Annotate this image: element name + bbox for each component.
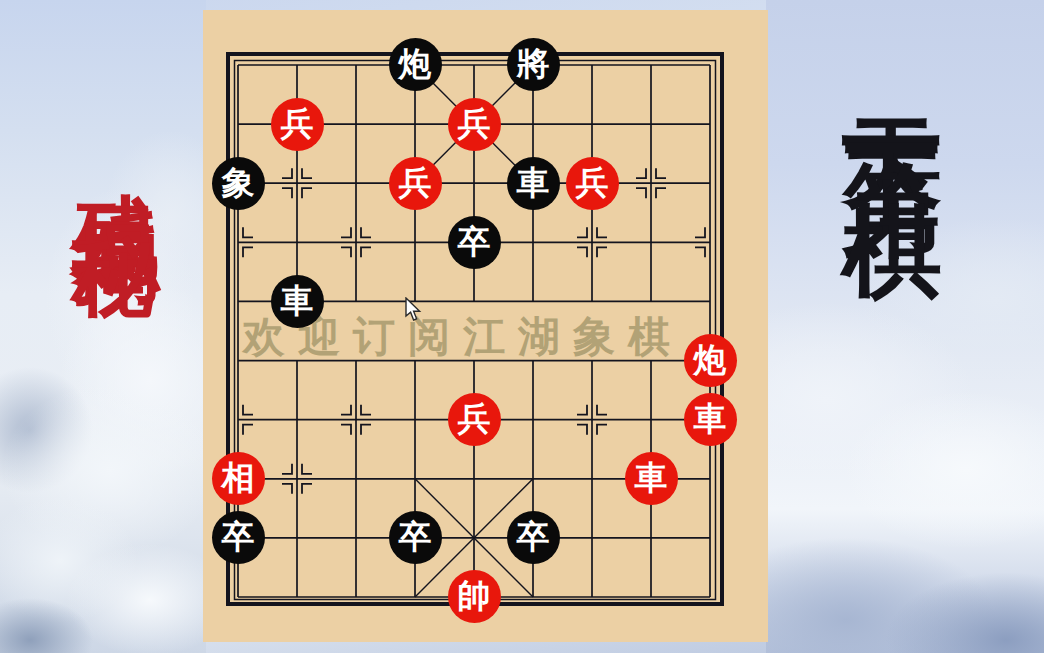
- piece-red-chariot[interactable]: 車: [684, 393, 737, 446]
- piece-black-cannon[interactable]: 炮: [389, 38, 442, 91]
- piece-black-soldier[interactable]: 卒: [389, 511, 442, 564]
- piece-red-cannon[interactable]: 炮: [684, 334, 737, 387]
- piece-red-chariot[interactable]: 車: [625, 452, 678, 505]
- left-title-calligraphy: 残局揭秘: [58, 122, 177, 552]
- piece-black-soldier[interactable]: 卒: [448, 216, 501, 269]
- piece-red-elephant[interactable]: 相: [212, 452, 265, 505]
- piece-black-chariot[interactable]: 車: [271, 275, 324, 328]
- piece-black-elephant[interactable]: 象: [212, 157, 265, 210]
- piece-red-soldier[interactable]: 兵: [566, 157, 619, 210]
- pieces-layer: 炮將兵兵象兵車兵卒車炮兵車相車卒卒卒帥: [209, 35, 740, 626]
- piece-black-king[interactable]: 將: [507, 38, 560, 91]
- piece-black-soldier[interactable]: 卒: [212, 511, 265, 564]
- mouse-cursor-icon: [405, 297, 423, 323]
- piece-black-chariot[interactable]: 車: [507, 157, 560, 210]
- right-title-calligraphy: 天下第一棋: [826, 40, 961, 652]
- piece-red-soldier[interactable]: 兵: [389, 157, 442, 210]
- piece-red-soldier[interactable]: 兵: [271, 98, 324, 151]
- piece-red-king[interactable]: 帥: [448, 570, 501, 623]
- piece-red-soldier[interactable]: 兵: [448, 98, 501, 151]
- xiangqi-board-panel: 欢迎订阅江湖象棋 炮將兵兵象兵車兵卒車炮兵車相車卒卒卒帥: [203, 10, 768, 642]
- piece-black-soldier[interactable]: 卒: [507, 511, 560, 564]
- piece-red-soldier[interactable]: 兵: [448, 393, 501, 446]
